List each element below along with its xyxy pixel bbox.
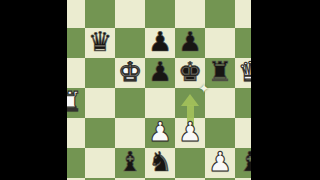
piece-white-pawn-d4[interactable]: ♟ [145,117,175,147]
square-f2[interactable] [205,178,235,180]
square-c8[interactable] [115,0,145,28]
square-a6[interactable] [67,58,85,88]
piece-black-king-e6[interactable]: ♚ [175,57,205,87]
square-e2[interactable] [175,178,205,180]
square-b6[interactable] [85,58,115,88]
square-a8[interactable] [67,0,85,28]
square-f7[interactable] [205,28,235,58]
square-c7[interactable] [115,28,145,58]
square-g4[interactable] [235,118,251,148]
square-a4[interactable] [67,118,85,148]
move-arrow-head [181,94,199,106]
piece-black-queen-b7[interactable]: ♛ [85,27,115,57]
board-viewport: ✦♛♟♟♚♟♚♜♛♜♟♟♝♞♟♝ [67,0,251,180]
piece-black-bishop-g3[interactable]: ♝ [235,147,251,177]
piece-black-pawn-e7[interactable]: ♟ [175,27,205,57]
square-c2[interactable] [115,178,145,180]
square-b8[interactable] [85,0,115,28]
square-c5[interactable] [115,88,145,118]
video-frame: ✦♛♟♟♚♟♚♜♛♜♟♟♝♞♟♝ [0,0,320,180]
square-e3[interactable] [175,148,205,178]
piece-white-rook-a5[interactable]: ♜ [67,87,85,117]
square-e8[interactable] [175,0,205,28]
square-g8[interactable] [235,0,251,28]
square-g5[interactable] [235,88,251,118]
piece-black-pawn-d7[interactable]: ♟ [145,27,175,57]
piece-black-pawn-d6[interactable]: ♟ [145,57,175,87]
square-c4[interactable] [115,118,145,148]
square-d2[interactable] [145,178,175,180]
letterbox-left [0,0,67,180]
piece-black-rook-f6[interactable]: ♜ [205,57,235,87]
square-b3[interactable] [85,148,115,178]
square-f8[interactable] [205,0,235,28]
square-g2[interactable] [235,178,251,180]
piece-white-pawn-f3[interactable]: ♟ [205,147,235,177]
piece-black-bishop-c3[interactable]: ♝ [115,147,145,177]
square-b4[interactable] [85,118,115,148]
square-f4[interactable] [205,118,235,148]
square-b5[interactable] [85,88,115,118]
letterbox-right [251,0,320,180]
piece-white-king-c6[interactable]: ♚ [115,57,145,87]
square-g7[interactable] [235,28,251,58]
square-a7[interactable] [67,28,85,58]
square-a3[interactable] [67,148,85,178]
square-b2[interactable] [85,178,115,180]
piece-white-queen-g6[interactable]: ♛ [235,57,251,87]
square-d5[interactable] [145,88,175,118]
chess-board: ✦♛♟♟♚♟♚♜♛♜♟♟♝♞♟♝ [67,0,251,180]
square-d8[interactable] [145,0,175,28]
piece-white-pawn-e4[interactable]: ♟ [175,117,205,147]
square-a2[interactable] [67,178,85,180]
piece-black-knight-d3[interactable]: ♞ [145,147,175,177]
